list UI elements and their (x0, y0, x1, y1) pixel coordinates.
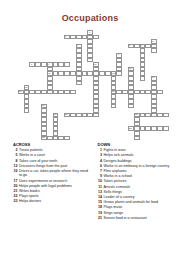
clue-number: 6 (98, 164, 103, 168)
clue-item: 18Plays music (98, 205, 176, 209)
clue-text: Leader of a country (104, 195, 176, 199)
clue-number: 7 (98, 169, 103, 173)
clue-item: 19Sings songs (98, 210, 176, 214)
cell-number: 23 (42, 136, 44, 138)
clue-text: Helps sick animals (104, 153, 176, 157)
grid-cell[interactable] (93, 35, 99, 40)
clue-number: 18 (98, 205, 103, 209)
cell-number: 20 (65, 113, 67, 115)
grid-cell[interactable] (128, 85, 134, 90)
grid-cell[interactable] (93, 67, 99, 72)
cell-number: 6 (141, 44, 142, 46)
crossword-grid: 2568912131617202122231347101114151819 (12, 30, 169, 140)
clue-text: Discovers things from the past (19, 164, 91, 168)
clue-text: Works in an embassy in a foreign country (104, 164, 176, 168)
clue-text: Serves food in a restaurant (104, 215, 176, 219)
clue-item: 5Works in a court (13, 153, 91, 157)
cell-number: 19 (54, 113, 56, 115)
grid-cell[interactable] (47, 67, 53, 72)
clue-number: 16 (13, 169, 18, 178)
cell-number: 10 (94, 63, 96, 65)
grid-cell[interactable] (116, 71, 122, 76)
clue-text: Works in a court (19, 153, 91, 157)
worksheet-title: Occupations (0, 13, 180, 23)
grid-cell[interactable] (163, 113, 169, 118)
clue-text: Writes books (19, 189, 91, 193)
cell-number: 5 (129, 44, 130, 46)
clue-number: 5 (13, 153, 18, 157)
clue-number: 3 (98, 153, 103, 157)
clue-number: 14 (98, 195, 103, 199)
down-header: DOWN (98, 142, 176, 147)
worksheet-page: Occupations 2568912131617202122231347101… (0, 0, 180, 256)
cell-number: 16 (19, 90, 21, 92)
grid-cell[interactable] (76, 81, 82, 86)
cell-number: 21 (135, 113, 137, 115)
clue-item: 16Drives a car, takes people where they … (13, 169, 91, 178)
cell-number: 17 (112, 90, 114, 92)
grid-cell[interactable] (93, 113, 99, 118)
grid-cell[interactable] (134, 122, 140, 127)
grid-cell[interactable] (157, 90, 163, 95)
grid-cell[interactable] (111, 104, 117, 109)
cell-number: 9 (48, 63, 49, 65)
clue-number: 21 (13, 189, 18, 193)
grid-cell[interactable]: 15 (24, 85, 30, 90)
clue-item: 3Helps sick animals (98, 153, 176, 157)
grid-cell[interactable] (76, 67, 82, 72)
grid-cell[interactable] (93, 108, 99, 113)
grid-cell[interactable] (151, 108, 157, 113)
clue-item: 14Leader of a country (98, 195, 176, 199)
cell-number: 2 (65, 35, 66, 37)
grid-cell[interactable] (41, 131, 47, 136)
clue-item: 12Discovers things from the past (13, 164, 91, 168)
grid-cell[interactable] (111, 85, 117, 90)
down-section: DOWN 1Fights in wars3Helps sick animals4… (98, 142, 176, 221)
cell-number: 3 (152, 40, 153, 42)
cell-number: 11 (129, 67, 131, 69)
down-list: 1Fights in wars3Helps sick animals4Desig… (98, 148, 176, 220)
grid-cell[interactable] (128, 104, 134, 109)
grid-cell[interactable] (140, 76, 146, 81)
grid-cell[interactable] (64, 136, 70, 141)
grid-cell[interactable] (163, 126, 169, 131)
grid-cell[interactable] (151, 48, 157, 53)
grid-cell[interactable]: 3 (151, 39, 157, 44)
grid-cell[interactable] (70, 90, 76, 95)
clue-item: 23Helps doctors (13, 199, 91, 203)
cell-number: 7 (118, 53, 119, 55)
cell-number: 22 (129, 127, 131, 129)
clue-number: 21 (98, 215, 103, 219)
across-header: ACROSS (13, 142, 91, 147)
clue-text: Flies airplanes (104, 169, 176, 173)
grid-cell[interactable] (64, 62, 70, 67)
clue-item: 21Serves food in a restaurant (98, 215, 176, 219)
cell-number: 12 (48, 72, 50, 74)
across-list: 2Treats patients5Works in a court8Takes … (13, 148, 91, 203)
clue-text: Takes pictures (104, 179, 176, 183)
clue-number: 12 (13, 164, 18, 168)
cell-number: 14 (152, 76, 154, 78)
grid-cell[interactable] (53, 131, 59, 136)
clue-item: 21Writes books (13, 189, 91, 193)
clue-text: Sings songs (104, 210, 176, 214)
clue-text: Helps doctors (19, 199, 91, 203)
clue-number: 10 (98, 179, 103, 183)
grid-cell[interactable] (134, 136, 140, 141)
grid-cell[interactable]: 1 (87, 30, 93, 35)
grid-cell[interactable] (47, 85, 53, 90)
cell-number: 8 (31, 63, 32, 65)
grid-cell[interactable] (116, 67, 122, 72)
cell-number: 18 (42, 104, 44, 106)
cell-number: 1 (89, 31, 90, 33)
clue-number: 19 (98, 210, 103, 214)
clue-item: 10Takes pictures (98, 179, 176, 183)
cell-number: 13 (112, 72, 114, 74)
across-section: ACROSS 2Treats patients5Works in a court… (13, 142, 91, 221)
cell-number: 4 (77, 44, 78, 46)
clue-item: 6Works in an embassy in a foreign countr… (98, 164, 176, 168)
grid-cell[interactable] (24, 108, 30, 113)
clue-item: 7Flies airplanes (98, 169, 176, 173)
grid-cell[interactable] (151, 85, 157, 90)
clue-text: Plays music (104, 205, 176, 209)
clue-text: Drives a car, takes people where they ne… (19, 169, 91, 178)
cell-number: 15 (25, 86, 27, 88)
clue-area: ACROSS 2Treats patients5Works in a court… (13, 142, 175, 221)
clue-number: 23 (13, 199, 18, 203)
